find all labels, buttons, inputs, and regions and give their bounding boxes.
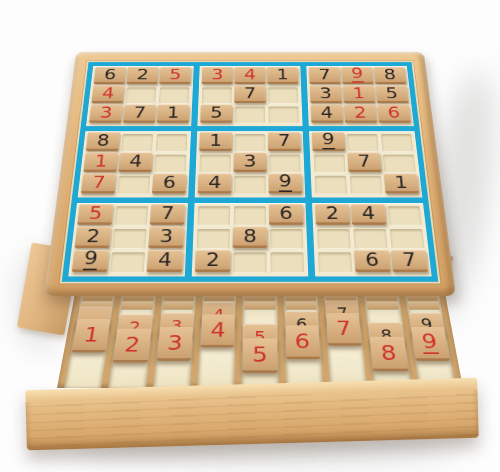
board-tile[interactable]: 7 <box>234 85 266 103</box>
tile-digit: 1 <box>352 86 365 101</box>
board-cell[interactable] <box>154 155 186 173</box>
board-cell[interactable] <box>381 134 413 152</box>
board-cell[interactable]: 6 <box>378 107 410 124</box>
drawer-scene: 12233445566778899 <box>57 292 463 388</box>
board-cell[interactable] <box>234 206 266 225</box>
board-cell[interactable]: 7 <box>392 252 427 273</box>
board-tile[interactable]: 1 <box>343 85 376 103</box>
board-tile[interactable]: 2 <box>75 226 112 248</box>
board-cell[interactable] <box>197 229 230 249</box>
board-box: 572394 <box>68 203 188 276</box>
tile-digit: 9 <box>83 249 99 270</box>
board-tile[interactable]: 6 <box>269 204 304 225</box>
board-cell[interactable]: 3 <box>234 155 265 173</box>
board-box: 34175 <box>197 66 302 126</box>
board-cell[interactable]: 7 <box>82 176 116 195</box>
drawer-tile[interactable]: 3 <box>156 327 193 361</box>
board-cell[interactable]: 5 <box>376 87 407 103</box>
board-cell[interactable] <box>235 107 265 124</box>
product-photo-scene: 12233445566778899 6254371341757983154268… <box>0 0 500 472</box>
board-cell[interactable]: 2 <box>345 107 376 124</box>
tile-digit: 5 <box>169 67 182 82</box>
board-cell[interactable]: 1 <box>344 87 375 103</box>
board-cell[interactable] <box>317 229 351 249</box>
board-tile[interactable]: 9 <box>72 250 110 272</box>
tile-digit: 6 <box>103 67 117 82</box>
board-tile[interactable]: 1 <box>157 104 190 122</box>
board-cell[interactable] <box>197 206 230 225</box>
stacked-tile-edge <box>285 301 316 309</box>
board-cell[interactable]: 4 <box>235 69 264 85</box>
board-tile[interactable]: 3 <box>233 152 266 172</box>
tile-digit: 5 <box>88 204 103 222</box>
board-cell[interactable]: 9 <box>269 176 301 195</box>
board-cell[interactable]: 7 <box>310 69 340 85</box>
board-cell[interactable]: 1 <box>84 155 117 173</box>
board-box: 798315426 <box>306 66 414 126</box>
board-cell[interactable] <box>350 176 383 195</box>
board-box: 971 <box>309 131 422 197</box>
board-cell[interactable]: 4 <box>148 252 182 273</box>
tile-digit: 6 <box>294 331 310 352</box>
board-cell[interactable]: 6 <box>355 252 390 273</box>
board-cell[interactable]: 7 <box>269 134 300 152</box>
drawer-tile[interactable]: 6 <box>285 325 320 359</box>
board-tile[interactable]: 4 <box>147 250 183 272</box>
board-tile[interactable]: 4 <box>311 104 344 122</box>
tile-digit: 5 <box>385 86 399 101</box>
board-tile[interactable]: 9 <box>268 173 302 193</box>
board-tile[interactable]: 9 <box>341 67 373 84</box>
tile-digit: 7 <box>401 250 417 269</box>
tile-digit: 4 <box>208 174 221 191</box>
board-cell[interactable]: 3 <box>311 87 342 103</box>
board-cell[interactable] <box>270 229 303 249</box>
board-tile[interactable]: 5 <box>77 204 113 225</box>
drawer-tile[interactable]: 4 <box>200 314 235 347</box>
board-tile[interactable]: 7 <box>123 104 156 122</box>
board-tile[interactable]: 3 <box>148 226 184 248</box>
board-cell[interactable]: 8 <box>87 134 119 152</box>
drawer-slot: 33 <box>153 292 197 388</box>
board-cell[interactable]: 1 <box>385 176 419 195</box>
board-tile[interactable]: 7 <box>150 204 185 225</box>
board-tile[interactable]: 7 <box>347 152 381 172</box>
board-cell[interactable]: 7 <box>235 87 265 103</box>
tile-digit: 4 <box>320 105 333 120</box>
board-cell[interactable]: 7 <box>124 107 155 124</box>
tile-digit: 4 <box>129 153 143 169</box>
board-tile[interactable]: 2 <box>344 104 377 122</box>
board-cell[interactable]: 4 <box>92 87 123 103</box>
tile-digit: 5 <box>252 344 268 365</box>
tile-digit: 3 <box>211 67 223 82</box>
board-cell[interactable] <box>318 252 352 273</box>
tile-digit: 2 <box>136 67 149 82</box>
board-cell[interactable] <box>233 252 266 273</box>
board-cell[interactable]: 2 <box>75 229 110 249</box>
board-tile[interactable]: 4 <box>118 152 152 172</box>
board-box: 682 <box>192 203 309 276</box>
board-cell[interactable] <box>114 206 148 225</box>
tile-digit: 3 <box>244 153 257 169</box>
tile-digit: 1 <box>94 153 109 169</box>
board-tile[interactable]: 5 <box>375 85 408 103</box>
stacked-tile-edge <box>408 301 440 309</box>
drawer-slot: 88 <box>364 292 412 388</box>
board-tile[interactable]: 7 <box>268 132 301 151</box>
tile-digit: 7 <box>133 105 147 120</box>
tile-digit: 5 <box>210 105 223 120</box>
board-tile[interactable]: 3 <box>89 104 123 122</box>
board-cell[interactable]: 2 <box>196 252 230 273</box>
drawer-tile[interactable]: 2 <box>113 329 151 363</box>
board-cell[interactable] <box>112 229 146 249</box>
drawer-slot: 22 <box>108 292 156 388</box>
tile-digit: 9 <box>279 173 292 192</box>
board-box: 81476 <box>78 131 191 197</box>
tile-digit: 9 <box>420 331 439 354</box>
board-box: 2467 <box>312 203 432 276</box>
board-tile[interactable]: 7 <box>81 173 117 193</box>
tile-digit: 1 <box>394 174 409 191</box>
tile-digit: 8 <box>243 227 257 245</box>
tile-digit: 6 <box>365 250 380 269</box>
board-cell[interactable] <box>347 134 379 152</box>
board-tile[interactable]: 4 <box>91 85 124 103</box>
tile-digit: 1 <box>276 67 288 82</box>
tile-digit: 3 <box>167 332 184 353</box>
board-tile[interactable]: 7 <box>391 250 429 272</box>
board-cell[interactable]: 3 <box>90 107 122 124</box>
drawer-tile[interactable]: 1 <box>72 319 111 352</box>
board-cell[interactable]: 5 <box>78 206 112 225</box>
board-cell[interactable] <box>388 206 422 225</box>
board-cell[interactable]: 4 <box>352 206 386 225</box>
board-cell[interactable]: 6 <box>94 69 125 85</box>
stacked-tile-edge <box>162 301 193 309</box>
board-cell[interactable] <box>268 87 298 103</box>
board-tile[interactable]: 4 <box>198 173 232 193</box>
tile-digit: 2 <box>354 105 368 120</box>
drawer-front-panel[interactable] <box>25 378 478 451</box>
board-cell[interactable] <box>314 155 346 173</box>
board-tile[interactable]: 2 <box>126 67 158 84</box>
drawer-tile[interactable]: 5 <box>243 338 278 373</box>
tile-digit: 8 <box>380 342 398 363</box>
board-cell[interactable] <box>383 155 416 173</box>
tile-digit: 8 <box>383 67 397 82</box>
board-tile[interactable]: 7 <box>309 67 341 84</box>
tile-digit: 7 <box>278 132 291 148</box>
board-cell[interactable] <box>156 134 188 152</box>
tile-digit: 4 <box>244 67 256 82</box>
board-tile[interactable]: 1 <box>267 67 298 84</box>
board-cell[interactable]: 1 <box>200 134 231 152</box>
board-cell[interactable] <box>234 176 266 195</box>
board-cell[interactable] <box>126 87 157 103</box>
board-cell[interactable]: 7 <box>151 206 184 225</box>
tile-digit: 6 <box>162 174 176 191</box>
board-box: 6254371 <box>86 66 194 126</box>
board-cell[interactable]: 3 <box>149 229 183 249</box>
board-cell[interactable]: 9 <box>73 252 108 273</box>
board-tile[interactable]: 8 <box>374 67 407 84</box>
board-cell[interactable] <box>268 107 298 124</box>
board-cell[interactable]: 7 <box>348 155 381 173</box>
drawer-slots: 12233445566778899 <box>57 292 463 388</box>
tile-digit: 3 <box>99 105 113 120</box>
board-tile[interactable]: 5 <box>159 67 191 84</box>
tile-digit: 7 <box>357 153 371 169</box>
board-tile[interactable]: 4 <box>351 204 387 225</box>
tile-digit: 4 <box>158 250 173 269</box>
sudoku-board-frame: 6254371341757983154268147617349971572394… <box>44 52 456 296</box>
board-cell[interactable]: 1 <box>268 69 298 85</box>
tile-digit: 9 <box>351 66 364 83</box>
board-cell[interactable] <box>235 134 266 152</box>
board-cell[interactable]: 3 <box>202 69 232 85</box>
board-tile[interactable]: 1 <box>384 173 420 193</box>
board-box: 17349 <box>195 131 306 197</box>
board-cell[interactable]: 5 <box>160 69 190 85</box>
board-cell[interactable] <box>202 87 232 103</box>
board-cell[interactable] <box>353 229 387 249</box>
board-scene: 6254371341757983154268147617349971572394… <box>44 52 456 296</box>
board-cell[interactable]: 8 <box>234 229 267 249</box>
tile-digit: 6 <box>387 105 401 120</box>
board-cell[interactable]: 9 <box>313 134 345 152</box>
board-cell[interactable] <box>315 176 348 195</box>
board-cell[interactable]: 1 <box>158 107 189 124</box>
tile-digit: 1 <box>209 132 222 148</box>
board-cell[interactable] <box>159 87 190 103</box>
drawer-slot: 66 <box>283 292 323 388</box>
board-tile[interactable]: 1 <box>83 152 118 172</box>
tile-digit: 9 <box>322 131 336 149</box>
stacked-tile-edge <box>121 301 153 309</box>
board-tile[interactable]: 8 <box>233 226 268 248</box>
tile-digit: 7 <box>318 67 331 82</box>
board-cell[interactable]: 5 <box>201 107 231 124</box>
board-cell[interactable]: 2 <box>127 69 157 85</box>
board-cell[interactable] <box>117 176 150 195</box>
tile-digit: 7 <box>335 318 352 338</box>
tile-digit: 1 <box>82 324 100 344</box>
board-tile[interactable]: 6 <box>152 173 187 193</box>
board-cell[interactable]: 9 <box>342 69 372 85</box>
board-cell[interactable]: 8 <box>375 69 406 85</box>
tile-digit: 2 <box>86 227 101 245</box>
board-cell[interactable]: 4 <box>199 176 231 195</box>
board-tile[interactable]: 3 <box>310 85 342 103</box>
tile-digit: 3 <box>159 227 173 245</box>
board-tile[interactable]: 6 <box>94 67 127 84</box>
board-cell[interactable]: 4 <box>311 107 342 124</box>
board-tile[interactable]: 1 <box>199 132 232 151</box>
drawer-slot: 77 <box>324 292 368 388</box>
board-cell[interactable] <box>270 252 304 273</box>
tile-digit: 2 <box>206 250 220 269</box>
board-cell[interactable]: 6 <box>270 206 303 225</box>
board-cell[interactable]: 4 <box>119 155 152 173</box>
tile-digit: 7 <box>91 174 106 191</box>
tile-digit: 4 <box>101 86 115 101</box>
board-cell[interactable] <box>121 134 153 152</box>
board-boxes: 6254371341757983154268147617349971572394… <box>60 61 441 284</box>
drawer-slot: 55 <box>241 292 278 388</box>
tile-digit: 8 <box>96 132 110 148</box>
board-tile[interactable]: 3 <box>202 67 233 84</box>
drawer-tile[interactable]: 9 <box>411 327 450 361</box>
board-cell[interactable] <box>269 155 301 173</box>
board-tile[interactable]: 4 <box>234 67 265 84</box>
tile-digit: 4 <box>361 204 376 222</box>
board-tile[interactable]: 2 <box>315 204 350 225</box>
tile-digit: 6 <box>279 204 293 222</box>
tile-digit: 1 <box>167 105 180 120</box>
board-tile[interactable]: 5 <box>200 104 232 122</box>
drawer-slot: 1 <box>64 292 116 388</box>
drawer-tile[interactable]: 8 <box>370 337 409 372</box>
stacked-tile-edge <box>245 301 276 309</box>
board-cell[interactable] <box>390 229 425 249</box>
board-cell[interactable]: 2 <box>316 206 349 225</box>
stacked-tile-edge <box>367 301 399 309</box>
tile-digit: 2 <box>325 204 339 222</box>
tile-digit: 3 <box>319 86 332 101</box>
drawer-slot: 44 <box>197 292 237 388</box>
board-tile[interactable]: 6 <box>377 104 411 122</box>
board-tile[interactable]: 6 <box>354 250 391 272</box>
tile-digit: 7 <box>160 204 174 222</box>
tile-digit: 7 <box>244 86 256 101</box>
tile-digit: 4 <box>210 319 226 339</box>
board-cell[interactable] <box>110 252 145 273</box>
board-cell[interactable] <box>199 155 231 173</box>
board-tile[interactable]: 9 <box>312 132 345 151</box>
board-cell[interactable]: 6 <box>153 176 186 195</box>
board-tile[interactable]: 2 <box>195 250 231 272</box>
board-tile[interactable]: 8 <box>86 132 120 151</box>
tile-digit: 2 <box>123 334 141 355</box>
drawer-tile[interactable]: 7 <box>326 313 362 346</box>
